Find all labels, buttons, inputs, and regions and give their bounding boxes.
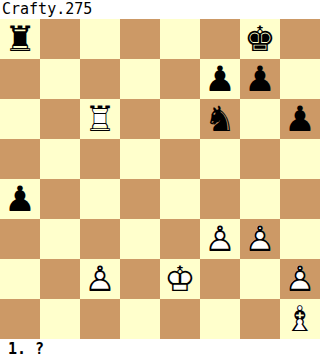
square-g5[interactable] [240, 139, 280, 179]
piece-white-pawn[interactable]: ♟♙ [80, 259, 120, 299]
square-g3[interactable]: ♟♙ [240, 219, 280, 259]
square-f3[interactable]: ♟♙ [200, 219, 240, 259]
square-h1[interactable]: ♝♗ [280, 299, 320, 339]
square-a5[interactable] [0, 139, 40, 179]
square-f7[interactable]: ♟ [200, 59, 240, 99]
square-d7[interactable] [120, 59, 160, 99]
square-e1[interactable] [160, 299, 200, 339]
square-e2[interactable]: ♚♔ [160, 259, 200, 299]
square-b2[interactable] [40, 259, 80, 299]
piece-black-king[interactable]: ♚ [240, 19, 280, 59]
square-f2[interactable] [200, 259, 240, 299]
square-a7[interactable] [0, 59, 40, 99]
piece-black-pawn[interactable]: ♟ [240, 59, 280, 99]
square-e5[interactable] [160, 139, 200, 179]
square-d5[interactable] [120, 139, 160, 179]
square-c6[interactable]: ♜♖ [80, 99, 120, 139]
square-h2[interactable]: ♟♙ [280, 259, 320, 299]
square-h8[interactable] [280, 19, 320, 59]
square-a3[interactable] [0, 219, 40, 259]
square-f1[interactable] [200, 299, 240, 339]
piece-white-bishop[interactable]: ♝♗ [280, 299, 320, 339]
piece-white-rook[interactable]: ♜♖ [80, 99, 120, 139]
square-f8[interactable] [200, 19, 240, 59]
square-a8[interactable]: ♜ [0, 19, 40, 59]
square-a4[interactable]: ♟ [0, 179, 40, 219]
square-e4[interactable] [160, 179, 200, 219]
square-e6[interactable] [160, 99, 200, 139]
square-c1[interactable] [80, 299, 120, 339]
piece-black-rook[interactable]: ♜ [0, 19, 40, 59]
square-g6[interactable] [240, 99, 280, 139]
square-g2[interactable] [240, 259, 280, 299]
square-f5[interactable] [200, 139, 240, 179]
square-g4[interactable] [240, 179, 280, 219]
square-a1[interactable] [0, 299, 40, 339]
square-b6[interactable] [40, 99, 80, 139]
square-c4[interactable] [80, 179, 120, 219]
square-d6[interactable] [120, 99, 160, 139]
piece-black-pawn[interactable]: ♟ [200, 59, 240, 99]
square-c7[interactable] [80, 59, 120, 99]
square-c3[interactable] [80, 219, 120, 259]
square-b3[interactable] [40, 219, 80, 259]
square-e3[interactable] [160, 219, 200, 259]
square-g1[interactable] [240, 299, 280, 339]
square-f4[interactable] [200, 179, 240, 219]
move-prompt: 1. ? [0, 339, 320, 360]
piece-black-knight[interactable]: ♞ [200, 99, 240, 139]
square-d8[interactable] [120, 19, 160, 59]
square-b8[interactable] [40, 19, 80, 59]
square-b1[interactable] [40, 299, 80, 339]
window-title: Crafty.275 [0, 0, 320, 19]
square-b7[interactable] [40, 59, 80, 99]
square-g7[interactable]: ♟ [240, 59, 280, 99]
square-h3[interactable] [280, 219, 320, 259]
square-b4[interactable] [40, 179, 80, 219]
square-e7[interactable] [160, 59, 200, 99]
piece-white-pawn[interactable]: ♟♙ [280, 259, 320, 299]
square-b5[interactable] [40, 139, 80, 179]
square-d2[interactable] [120, 259, 160, 299]
piece-white-pawn[interactable]: ♟♙ [200, 219, 240, 259]
square-d4[interactable] [120, 179, 160, 219]
square-h7[interactable] [280, 59, 320, 99]
square-h4[interactable] [280, 179, 320, 219]
piece-black-pawn[interactable]: ♟ [0, 179, 40, 219]
square-d3[interactable] [120, 219, 160, 259]
square-a6[interactable] [0, 99, 40, 139]
square-a2[interactable] [0, 259, 40, 299]
square-c5[interactable] [80, 139, 120, 179]
square-e8[interactable] [160, 19, 200, 59]
square-g8[interactable]: ♚ [240, 19, 280, 59]
square-c8[interactable] [80, 19, 120, 59]
square-c2[interactable]: ♟♙ [80, 259, 120, 299]
piece-black-pawn[interactable]: ♟ [280, 99, 320, 139]
square-h5[interactable] [280, 139, 320, 179]
square-f6[interactable]: ♞ [200, 99, 240, 139]
piece-white-pawn[interactable]: ♟♙ [240, 219, 280, 259]
square-h6[interactable]: ♟ [280, 99, 320, 139]
piece-white-king[interactable]: ♚♔ [160, 259, 200, 299]
square-d1[interactable] [120, 299, 160, 339]
chess-board: ♜♚♟♟♜♖♞♟♟♟♙♟♙♟♙♚♔♟♙♝♗ [0, 19, 320, 339]
